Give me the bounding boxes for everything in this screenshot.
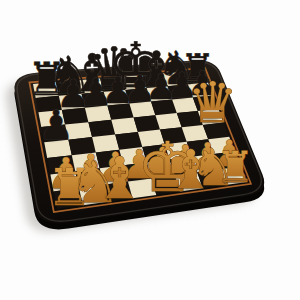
white-queen-h5: ♛ [188, 70, 238, 135]
square-d5 [111, 118, 138, 135]
white-rook-h1: ♜ [216, 142, 255, 192]
product-photo: ♜♞♝♛♚♝♞♜♟♟♟♟♟♟♟♟♛♟♟♟♟♟♟♟♟♜♞♝♚♝♞♜ [0, 0, 300, 300]
chess-board-scene: ♜♞♝♛♚♝♞♜♟♟♟♟♟♟♟♟♛♟♟♟♟♟♟♟♟♜♞♝♚♝♞♜ [0, 0, 300, 300]
black-pawn-a5: ♟ [38, 101, 74, 149]
square-c5 [88, 120, 115, 137]
